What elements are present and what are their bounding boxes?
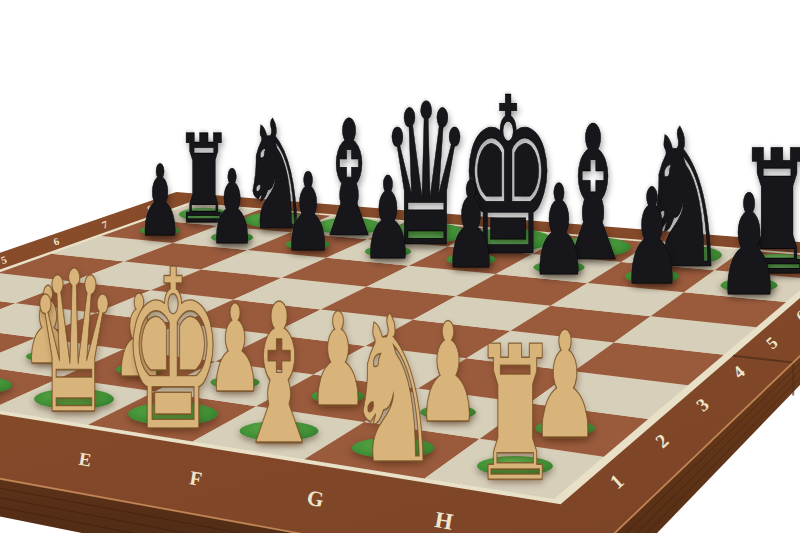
board-render: DEFGH1234565678 — [0, 0, 800, 533]
chessboard-photo: DEFGH1234565678 ♜♞♝♛♚♝♞♜♟♟♟♟♟♟♟♟♟♟♟♟♟♟♟♟… — [0, 0, 800, 533]
